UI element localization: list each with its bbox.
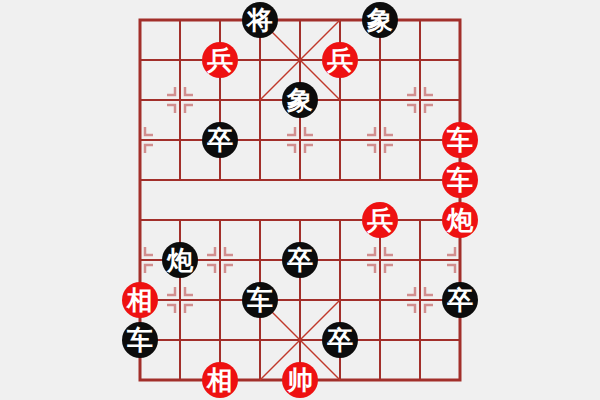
pieces-layer: 将象兵兵象卒车车兵炮炮卒相车卒车卒相帅 — [120, 0, 480, 400]
piece-red-elephant[interactable]: 相 — [122, 282, 158, 318]
piece-red-chariot[interactable]: 车 — [442, 122, 478, 158]
piece-red-general[interactable]: 帅 — [282, 362, 318, 398]
piece-red-cannon[interactable]: 炮 — [442, 202, 478, 238]
piece-black-cannon[interactable]: 炮 — [162, 242, 198, 278]
piece-black-soldier[interactable]: 卒 — [442, 282, 478, 318]
piece-black-soldier[interactable]: 卒 — [322, 322, 358, 358]
piece-black-chariot[interactable]: 车 — [242, 282, 278, 318]
piece-red-chariot[interactable]: 车 — [442, 162, 478, 198]
xiangqi-board: 将象兵兵象卒车车兵炮炮卒相车卒车卒相帅 — [120, 0, 480, 400]
piece-black-soldier[interactable]: 卒 — [282, 242, 318, 278]
piece-red-elephant[interactable]: 相 — [202, 362, 238, 398]
piece-black-chariot[interactable]: 车 — [122, 322, 158, 358]
piece-black-elephant[interactable]: 象 — [282, 82, 318, 118]
piece-black-general[interactable]: 将 — [242, 2, 278, 38]
piece-black-soldier[interactable]: 卒 — [202, 122, 238, 158]
piece-red-soldier[interactable]: 兵 — [322, 42, 358, 78]
piece-black-elephant[interactable]: 象 — [362, 2, 398, 38]
piece-red-soldier[interactable]: 兵 — [202, 42, 238, 78]
piece-red-soldier[interactable]: 兵 — [362, 202, 398, 238]
xiangqi-diagram: 将象兵兵象卒车车兵炮炮卒相车卒车卒相帅 — [0, 0, 600, 400]
